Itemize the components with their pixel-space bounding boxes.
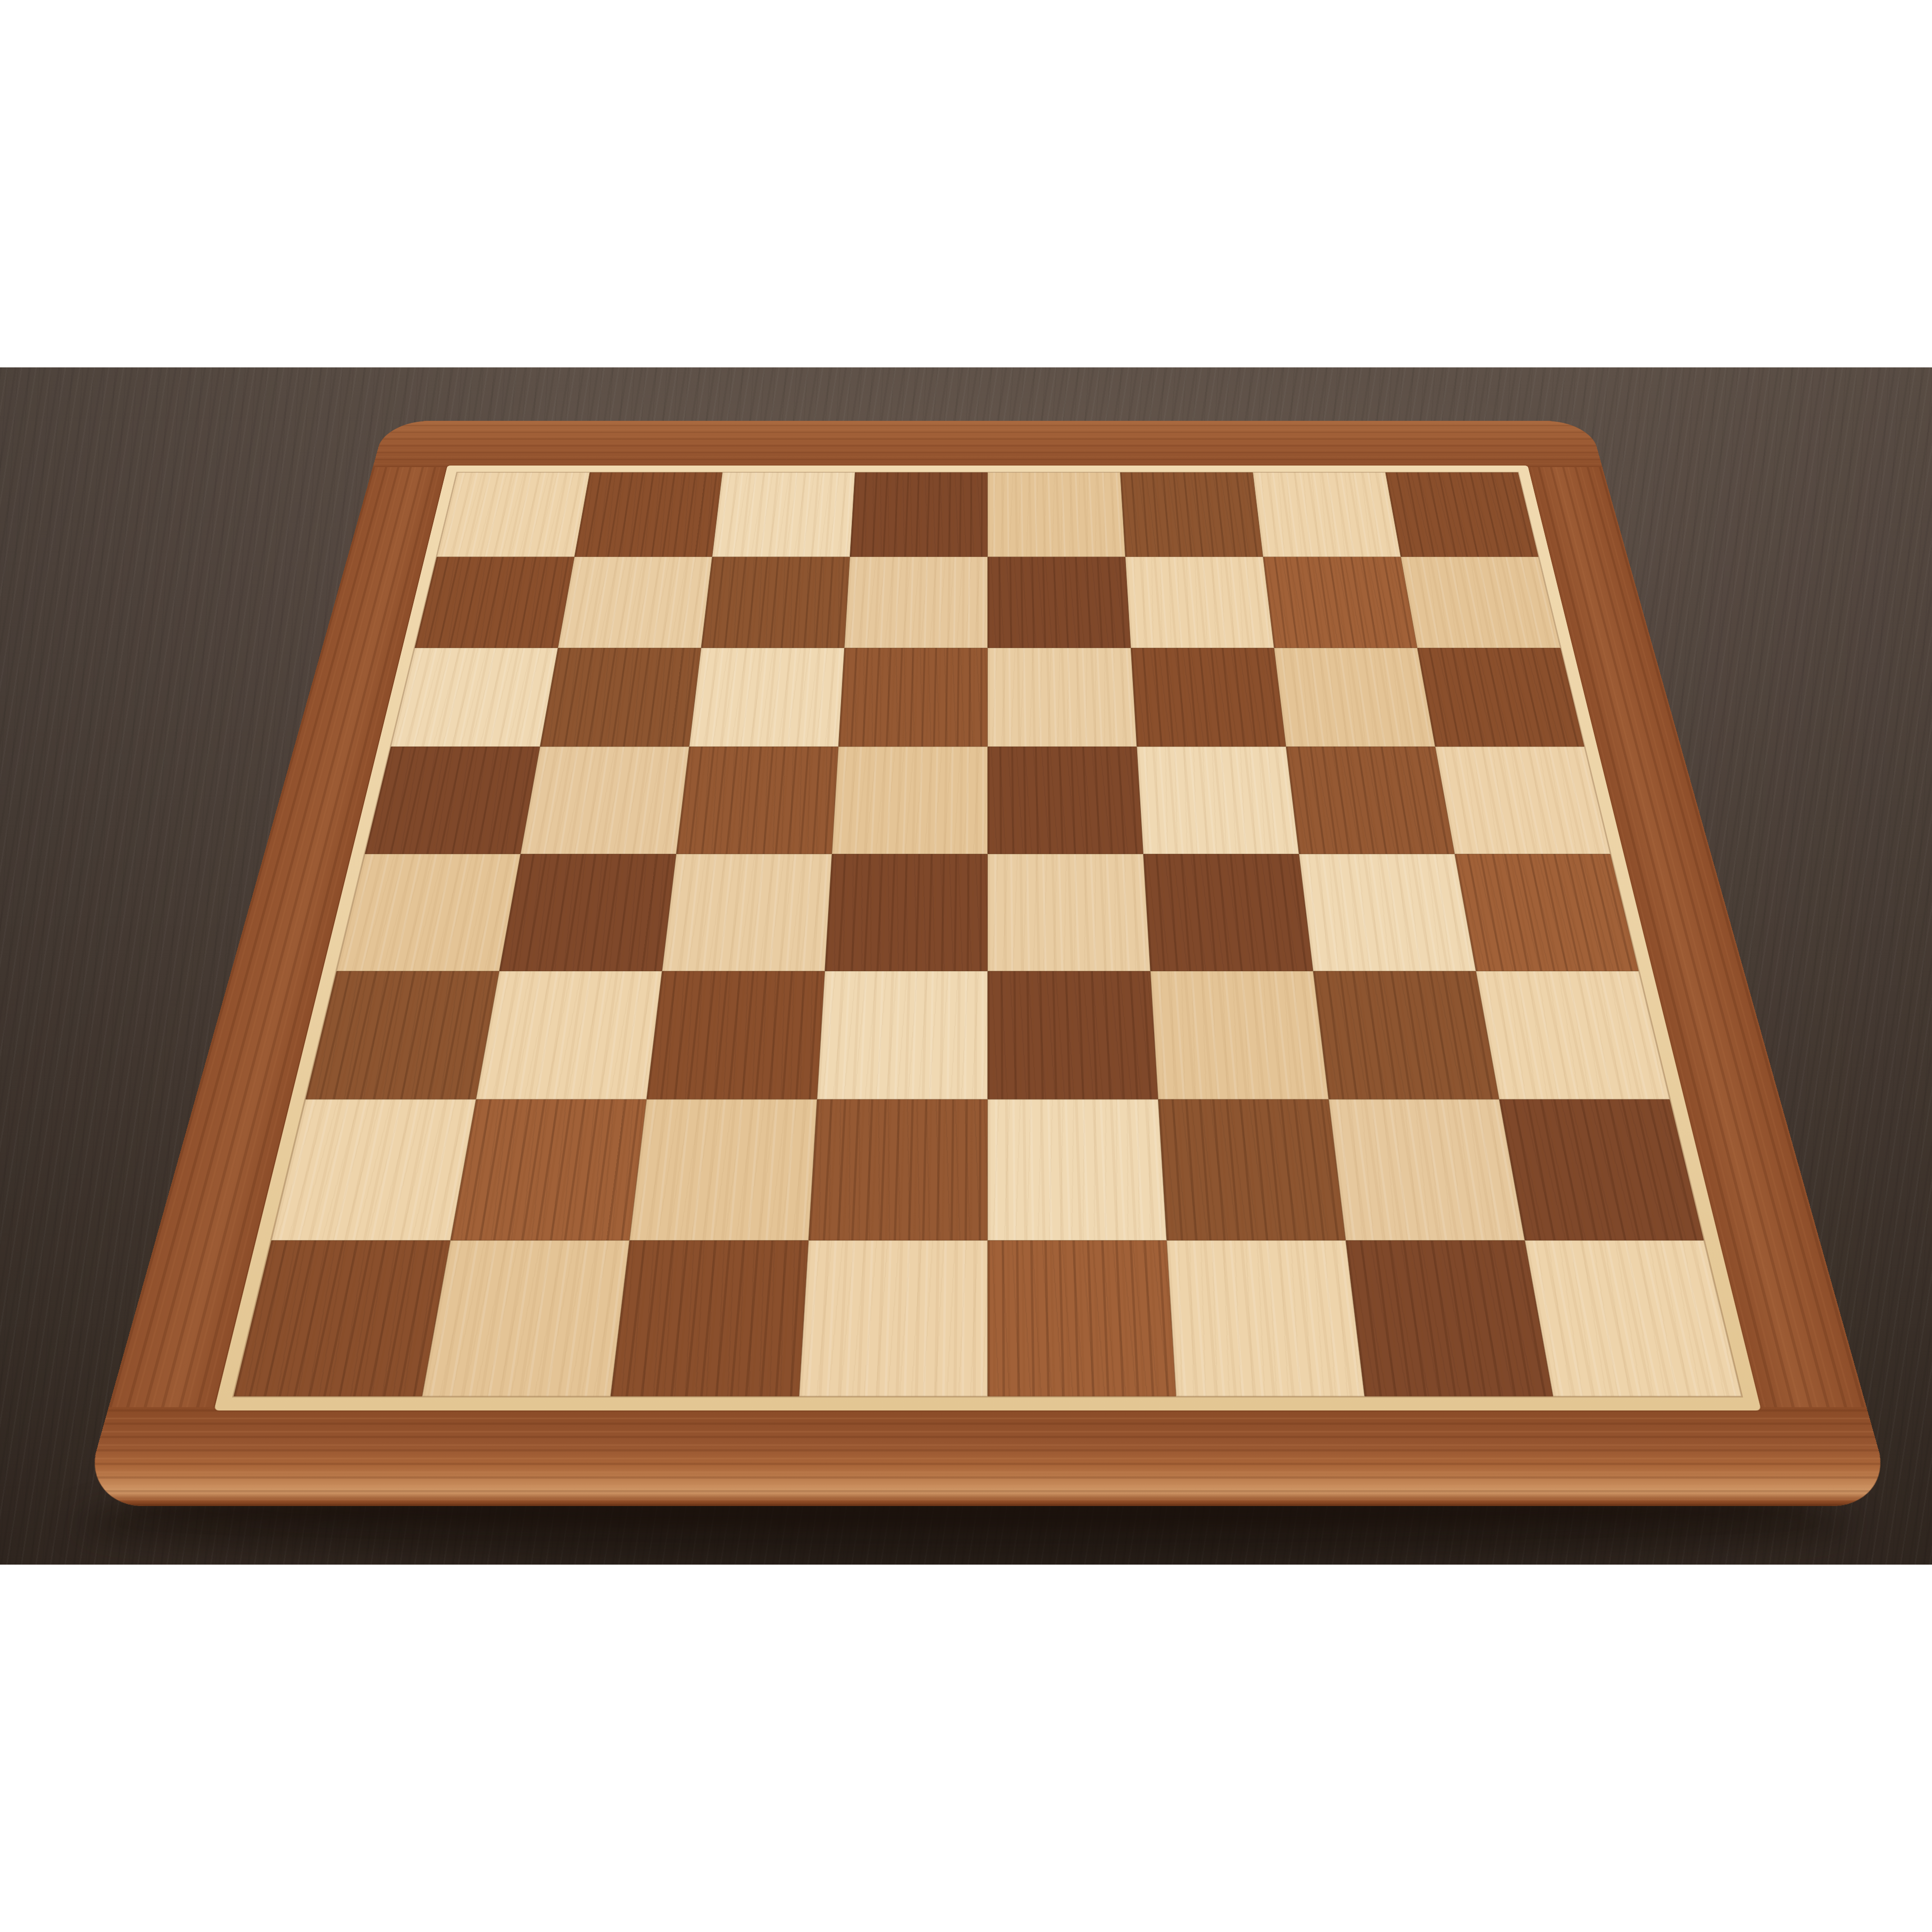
square-b6 xyxy=(540,648,701,747)
square-f1 xyxy=(1166,1240,1364,1396)
square-a8 xyxy=(437,472,590,556)
square-g5 xyxy=(1286,747,1455,854)
square-f4 xyxy=(1143,854,1313,971)
square-g2 xyxy=(1329,1099,1525,1240)
square-e2 xyxy=(988,1099,1166,1240)
square-e4 xyxy=(988,854,1150,971)
square-c5 xyxy=(676,747,839,854)
square-f7 xyxy=(1125,557,1274,648)
square-g8 xyxy=(1253,472,1401,556)
square-e6 xyxy=(988,648,1137,747)
board-grid xyxy=(234,472,1742,1396)
square-h7 xyxy=(1401,557,1561,648)
square-d6 xyxy=(839,648,988,747)
square-a6 xyxy=(391,648,558,747)
square-f3 xyxy=(1150,971,1329,1100)
square-g3 xyxy=(1313,971,1499,1100)
square-a5 xyxy=(365,747,540,854)
square-e5 xyxy=(988,747,1143,854)
square-a1 xyxy=(234,1240,451,1396)
square-c1 xyxy=(610,1240,808,1396)
frame-top-border xyxy=(373,421,1603,467)
square-h5 xyxy=(1435,747,1610,854)
square-g4 xyxy=(1299,854,1476,971)
square-f5 xyxy=(1137,747,1299,854)
square-b8 xyxy=(574,472,722,556)
square-e1 xyxy=(988,1240,1176,1396)
square-b7 xyxy=(558,557,712,648)
square-a3 xyxy=(305,971,499,1100)
square-d8 xyxy=(850,472,988,556)
square-h2 xyxy=(1499,1099,1704,1240)
frame-bottom-border xyxy=(81,1407,1894,1507)
square-d7 xyxy=(844,557,988,648)
square-a7 xyxy=(415,557,574,648)
square-e7 xyxy=(988,557,1131,648)
square-c7 xyxy=(701,557,850,648)
square-g7 xyxy=(1263,557,1417,648)
square-c6 xyxy=(689,648,844,747)
square-d2 xyxy=(809,1099,988,1240)
square-h3 xyxy=(1476,971,1669,1100)
square-b5 xyxy=(521,747,689,854)
chess-board xyxy=(81,421,1894,1506)
product-photo xyxy=(0,367,1932,1565)
square-c4 xyxy=(662,854,832,971)
board-frame xyxy=(81,421,1894,1506)
square-c2 xyxy=(629,1099,817,1240)
square-b1 xyxy=(422,1240,629,1396)
square-a2 xyxy=(271,1099,476,1240)
square-a4 xyxy=(337,854,521,971)
table-surface xyxy=(0,367,1932,1565)
square-g1 xyxy=(1346,1240,1553,1396)
square-d5 xyxy=(832,747,988,854)
square-c3 xyxy=(646,971,825,1100)
square-e3 xyxy=(988,971,1158,1100)
square-h6 xyxy=(1417,648,1584,747)
square-e8 xyxy=(988,472,1125,556)
square-g6 xyxy=(1274,648,1435,747)
square-d4 xyxy=(825,854,988,971)
square-h8 xyxy=(1385,472,1538,556)
square-b2 xyxy=(451,1099,647,1240)
square-f2 xyxy=(1158,1099,1346,1240)
square-b3 xyxy=(476,971,662,1100)
square-h4 xyxy=(1455,854,1639,971)
square-h1 xyxy=(1525,1240,1741,1396)
square-f6 xyxy=(1131,648,1286,747)
square-f8 xyxy=(1120,472,1263,556)
square-b4 xyxy=(499,854,676,971)
square-c8 xyxy=(712,472,855,556)
square-d3 xyxy=(817,971,988,1100)
square-d1 xyxy=(799,1240,988,1396)
